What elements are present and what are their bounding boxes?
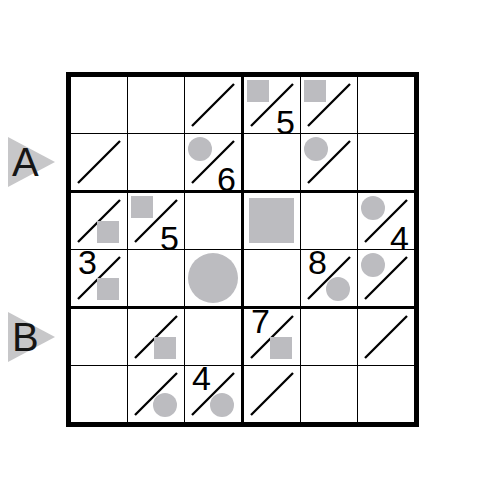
tight-fit-slash — [358, 309, 414, 365]
even-square-marker — [154, 337, 176, 359]
row-marker-a: A — [8, 137, 55, 187]
cell-r3c4[interactable] — [244, 193, 300, 249]
even-square-marker — [304, 80, 326, 102]
row-marker-b: B — [8, 312, 55, 362]
cell-r4c5[interactable]: 8 — [301, 250, 357, 306]
cell-r1c1[interactable] — [71, 77, 127, 133]
row-marker-label: A — [12, 142, 39, 182]
cell-r5c3[interactable] — [185, 309, 241, 365]
cell-r1c3[interactable] — [185, 77, 241, 133]
cell-r1c5[interactable] — [301, 77, 357, 133]
given-digit-upper: 3 — [78, 245, 97, 279]
cell-r4c2[interactable] — [128, 250, 184, 306]
cell-r3c1[interactable] — [71, 193, 127, 249]
cell-r6c3[interactable]: 4 — [185, 366, 241, 422]
even-square-marker-full — [249, 198, 294, 243]
cell-r5c4[interactable]: 7 — [244, 309, 300, 365]
even-square-marker — [131, 196, 153, 218]
cell-r5c1[interactable] — [71, 309, 127, 365]
cell-r4c3[interactable] — [185, 250, 241, 306]
even-square-marker — [270, 337, 292, 359]
odd-circle-marker — [188, 137, 212, 161]
tight-fit-slash — [185, 77, 241, 133]
cell-r4c1[interactable]: 3 — [71, 250, 127, 306]
cell-r3c5[interactable] — [301, 193, 357, 249]
cell-r2c3[interactable]: 6 — [185, 134, 241, 190]
cell-r4c6[interactable] — [358, 250, 414, 306]
puzzle-board: 56543874 — [66, 72, 419, 427]
cell-r6c2[interactable] — [128, 366, 184, 422]
odd-circle-marker — [361, 253, 385, 277]
cell-r5c6[interactable] — [358, 309, 414, 365]
cell-r4c4[interactable] — [244, 250, 300, 306]
odd-circle-marker — [361, 196, 385, 220]
cell-r6c5[interactable] — [301, 366, 357, 422]
puzzle-canvas: 56543874 AB — [0, 0, 480, 495]
cell-r2c1[interactable] — [71, 134, 127, 190]
cell-r2c4[interactable] — [244, 134, 300, 190]
odd-circle-marker — [153, 393, 177, 417]
cell-r6c1[interactable] — [71, 366, 127, 422]
given-digit-upper: 8 — [308, 245, 327, 279]
cell-r1c4[interactable]: 5 — [244, 77, 300, 133]
odd-circle-marker — [304, 137, 328, 161]
cell-r2c2[interactable] — [128, 134, 184, 190]
cell-r2c5[interactable] — [301, 134, 357, 190]
cell-r3c2[interactable]: 5 — [128, 193, 184, 249]
even-square-marker — [97, 221, 119, 243]
row-marker-label: B — [12, 317, 39, 357]
cell-r2c6[interactable] — [358, 134, 414, 190]
given-digit-lower: 6 — [217, 162, 236, 196]
even-square-marker — [247, 80, 269, 102]
cell-r5c5[interactable] — [301, 309, 357, 365]
odd-circle-marker — [326, 277, 350, 301]
even-square-marker — [97, 278, 119, 300]
cell-r3c3[interactable] — [185, 193, 241, 249]
odd-circle-marker — [210, 393, 234, 417]
tight-fit-slash — [71, 134, 127, 190]
cell-r1c6[interactable] — [358, 77, 414, 133]
odd-circle-marker-full — [188, 253, 238, 303]
cell-r5c2[interactable] — [128, 309, 184, 365]
cell-r6c6[interactable] — [358, 366, 414, 422]
cell-r1c2[interactable] — [128, 77, 184, 133]
given-digit-upper: 4 — [192, 361, 211, 395]
cell-r6c4[interactable] — [244, 366, 300, 422]
tight-fit-slash — [244, 366, 300, 422]
given-digit-upper: 7 — [251, 304, 270, 338]
cell-r3c6[interactable]: 4 — [358, 193, 414, 249]
